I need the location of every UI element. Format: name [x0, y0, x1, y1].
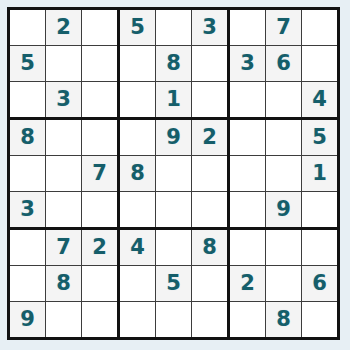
- sudoku-box-1: 253: [10, 10, 117, 117]
- cell-r7c6[interactable]: 8: [192, 230, 227, 265]
- cell-r9c4[interactable]: [120, 302, 155, 337]
- sudoku-box-4: 873: [10, 120, 117, 227]
- cell-r7c4[interactable]: 4: [120, 230, 155, 265]
- cell-r4c9[interactable]: 5: [302, 120, 337, 155]
- cell-r2c7[interactable]: 3: [230, 46, 265, 81]
- cell-r7c2[interactable]: 7: [46, 230, 81, 265]
- cell-r2c8[interactable]: 6: [266, 46, 301, 81]
- cell-r9c5[interactable]: [156, 302, 191, 337]
- cell-r9c8[interactable]: 8: [266, 302, 301, 337]
- cell-r8c9[interactable]: 6: [302, 266, 337, 301]
- cell-r3c8[interactable]: [266, 82, 301, 117]
- cell-r7c7[interactable]: [230, 230, 265, 265]
- cell-r3c2[interactable]: 3: [46, 82, 81, 117]
- cell-r2c6[interactable]: [192, 46, 227, 81]
- cell-r8c7[interactable]: 2: [230, 266, 265, 301]
- cell-r4c2[interactable]: [46, 120, 81, 155]
- cell-r5c5[interactable]: [156, 156, 191, 191]
- cell-r5c2[interactable]: [46, 156, 81, 191]
- sudoku-box-2: 5381: [120, 10, 227, 117]
- cell-r1c6[interactable]: 3: [192, 10, 227, 45]
- cell-r5c7[interactable]: [230, 156, 265, 191]
- cell-r9c9[interactable]: [302, 302, 337, 337]
- sudoku-box-6: 519: [230, 120, 337, 227]
- cell-r3c9[interactable]: 4: [302, 82, 337, 117]
- cell-r8c4[interactable]: [120, 266, 155, 301]
- cell-r7c5[interactable]: [156, 230, 191, 265]
- cell-r7c8[interactable]: [266, 230, 301, 265]
- cell-r4c7[interactable]: [230, 120, 265, 155]
- cell-r8c1[interactable]: [10, 266, 45, 301]
- sudoku-page: 253538173648739285197289485268: [0, 0, 350, 350]
- cell-r1c5[interactable]: [156, 10, 191, 45]
- cell-r6c3[interactable]: [82, 192, 117, 227]
- sudoku-box-8: 485: [120, 230, 227, 337]
- sudoku-box-5: 928: [120, 120, 227, 227]
- cell-r3c3[interactable]: [82, 82, 117, 117]
- cell-r2c4[interactable]: [120, 46, 155, 81]
- cell-r5c4[interactable]: 8: [120, 156, 155, 191]
- cell-r6c8[interactable]: 9: [266, 192, 301, 227]
- cell-r6c5[interactable]: [156, 192, 191, 227]
- cell-r2c5[interactable]: 8: [156, 46, 191, 81]
- cell-r2c3[interactable]: [82, 46, 117, 81]
- cell-r8c8[interactable]: [266, 266, 301, 301]
- cell-r7c3[interactable]: 2: [82, 230, 117, 265]
- cell-r4c1[interactable]: 8: [10, 120, 45, 155]
- cell-r3c1[interactable]: [10, 82, 45, 117]
- cell-r8c3[interactable]: [82, 266, 117, 301]
- cell-r5c8[interactable]: [266, 156, 301, 191]
- cell-r4c8[interactable]: [266, 120, 301, 155]
- cell-r8c5[interactable]: 5: [156, 266, 191, 301]
- cell-r7c1[interactable]: [10, 230, 45, 265]
- cell-r2c9[interactable]: [302, 46, 337, 81]
- cell-r3c4[interactable]: [120, 82, 155, 117]
- cell-r6c2[interactable]: [46, 192, 81, 227]
- cell-r9c2[interactable]: [46, 302, 81, 337]
- cell-r1c4[interactable]: 5: [120, 10, 155, 45]
- cell-r9c7[interactable]: [230, 302, 265, 337]
- cell-r8c2[interactable]: 8: [46, 266, 81, 301]
- cell-r1c7[interactable]: [230, 10, 265, 45]
- sudoku-box-9: 268: [230, 230, 337, 337]
- cell-r1c8[interactable]: 7: [266, 10, 301, 45]
- cell-r1c9[interactable]: [302, 10, 337, 45]
- cell-r4c3[interactable]: [82, 120, 117, 155]
- cell-r9c1[interactable]: 9: [10, 302, 45, 337]
- cell-r3c5[interactable]: 1: [156, 82, 191, 117]
- cell-r8c6[interactable]: [192, 266, 227, 301]
- sudoku-box-3: 7364: [230, 10, 337, 117]
- cell-r5c3[interactable]: 7: [82, 156, 117, 191]
- cell-r6c4[interactable]: [120, 192, 155, 227]
- cell-r6c9[interactable]: [302, 192, 337, 227]
- cell-r2c2[interactable]: [46, 46, 81, 81]
- cell-r7c9[interactable]: [302, 230, 337, 265]
- cell-r4c6[interactable]: 2: [192, 120, 227, 155]
- sudoku-board: 253538173648739285197289485268: [7, 7, 340, 340]
- cell-r9c6[interactable]: [192, 302, 227, 337]
- cell-r3c6[interactable]: [192, 82, 227, 117]
- cell-r1c1[interactable]: [10, 10, 45, 45]
- cell-r5c1[interactable]: [10, 156, 45, 191]
- cell-r2c1[interactable]: 5: [10, 46, 45, 81]
- cell-r4c5[interactable]: 9: [156, 120, 191, 155]
- cell-r3c7[interactable]: [230, 82, 265, 117]
- cell-r9c3[interactable]: [82, 302, 117, 337]
- cell-r6c1[interactable]: 3: [10, 192, 45, 227]
- cell-r5c9[interactable]: 1: [302, 156, 337, 191]
- cell-r6c6[interactable]: [192, 192, 227, 227]
- cell-r5c6[interactable]: [192, 156, 227, 191]
- cell-r1c3[interactable]: [82, 10, 117, 45]
- cell-r4c4[interactable]: [120, 120, 155, 155]
- cell-r6c7[interactable]: [230, 192, 265, 227]
- sudoku-box-7: 7289: [10, 230, 117, 337]
- cell-r1c2[interactable]: 2: [46, 10, 81, 45]
